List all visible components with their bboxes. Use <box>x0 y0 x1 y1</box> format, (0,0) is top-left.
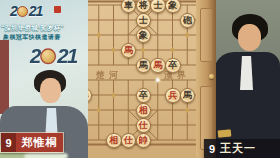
black-piece-士: 士 <box>150 0 166 13</box>
red-piece-帥: 帥 <box>136 133 152 149</box>
red-piece-馬: 馬 <box>150 58 166 74</box>
right-player-face <box>238 24 261 51</box>
red-piece-兵: 兵 <box>165 88 181 104</box>
red-piece-馬: 馬 <box>121 43 137 59</box>
tournament-slogan-line1: “深圳华侨城·贺岁杯” <box>1 24 87 33</box>
right-player-name-bar: 9 王天一 <box>204 139 280 158</box>
left-player-face <box>40 78 61 103</box>
red-piece-相: 相 <box>106 133 122 149</box>
left-player-score: 9 <box>1 133 16 152</box>
black-piece-卒: 卒 <box>136 88 152 104</box>
door-panel <box>200 8 213 62</box>
right-player-score: 9 <box>204 139 220 158</box>
black-piece-車: 車 <box>121 0 137 13</box>
black-piece-馬: 馬 <box>180 88 196 104</box>
right-player-panel: 9 王天一 <box>196 0 280 158</box>
logo-year-digits: 2 <box>30 44 40 67</box>
left-player-panel: 221 “深圳华侨城·贺岁杯” 象棋冠军快棋邀请赛 221 9 郑惟桐 <box>0 0 88 158</box>
xiangqi-board: 楚河 漢界 車将士象士砲象馬馬馬卒兵卒兵馬相仕相仕帥✦ <box>88 0 196 158</box>
red-piece-兵: 兵 <box>88 88 92 104</box>
right-player-name: 王天一 <box>220 139 280 158</box>
black-piece-象: 象 <box>136 28 152 44</box>
broadcast-frame: 221 “深圳华侨城·贺岁杯” 象棋冠军快棋邀请赛 221 9 郑惟桐 <box>0 0 280 158</box>
xiangqi-coin-icon <box>41 48 57 64</box>
red-seal-icon <box>54 6 61 13</box>
xiangqi-coin-icon <box>17 6 28 17</box>
logo-year-digits: 21 <box>57 44 77 67</box>
black-piece-士: 士 <box>136 13 152 29</box>
black-piece-象: 象 <box>165 0 181 13</box>
background-flag <box>0 40 9 114</box>
pieces-layer: 車将士象士砲象馬馬馬卒兵卒兵馬相仕相仕帥✦ <box>88 0 196 148</box>
black-piece-馬: 馬 <box>136 58 152 74</box>
right-player-shirt <box>240 56 253 90</box>
black-piece-将: 将 <box>136 0 152 13</box>
logo-year-digits: 21 <box>29 3 43 19</box>
gold-badge <box>218 129 232 137</box>
left-player-name: 郑惟桐 <box>16 133 63 152</box>
red-piece-仕: 仕 <box>121 133 137 149</box>
door-knob-icon <box>209 74 214 79</box>
wooden-door <box>196 0 216 158</box>
logo-year-digits: 2 <box>10 3 17 19</box>
tournament-logo-large: 221 <box>30 44 77 67</box>
left-player-name-bar: 9 郑惟桐 <box>0 132 64 153</box>
move-indicator-sparkle: ✦ <box>154 76 161 85</box>
red-piece-仕: 仕 <box>136 118 152 134</box>
black-piece-卒: 卒 <box>165 58 181 74</box>
tournament-slogan-line2: 象棋冠军快棋邀请赛 <box>3 33 87 42</box>
tournament-logo: 221 <box>10 3 42 19</box>
red-piece-相: 相 <box>136 103 152 119</box>
black-piece-砲: 砲 <box>180 13 196 29</box>
